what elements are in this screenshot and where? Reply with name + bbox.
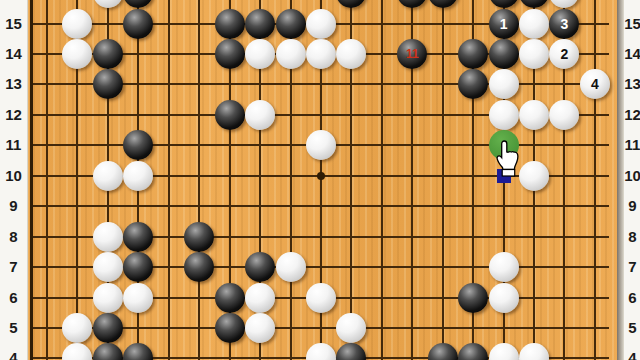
stone-white [93,252,123,282]
stone-black [215,283,245,313]
stone-black [276,9,306,39]
move-number-label: 11 [406,48,419,60]
stone-black [215,100,245,130]
coordinate-label: 4 [624,348,640,360]
coordinate-label: 9 [0,196,27,216]
coordinate-label: 15 [624,14,640,34]
stone-white [519,161,549,191]
stone-white [489,252,519,282]
stone-black: 3 [549,9,579,39]
coordinate-label: 4 [0,348,27,360]
stone-black [458,283,488,313]
stone-white [489,69,519,99]
coordinate-strip-right: 151413121110987654 [623,0,640,360]
move-number-label: 1 [500,17,508,31]
stone-white [123,283,153,313]
stone-white [93,161,123,191]
coordinate-label: 11 [0,135,27,155]
stone-black [123,9,153,39]
coordinate-label: 11 [624,135,640,155]
coordinate-label: 10 [0,166,27,186]
go-board-app: 151413121110987654 151413121110987654 13… [0,0,640,360]
stone-black [93,313,123,343]
coordinate-label: 10 [624,166,640,186]
stone-white [245,283,275,313]
hand-cursor-icon [492,139,522,183]
stone-white [489,343,519,360]
stone-white [276,39,306,69]
stone-white [519,100,549,130]
move-number-label: 3 [561,17,569,31]
stone-white [489,100,519,130]
stone-white [93,222,123,252]
coordinate-label: 5 [624,318,640,338]
stone-white [519,9,549,39]
stone-black [184,222,214,252]
stone-black [245,252,275,282]
stone-white [245,100,275,130]
coordinate-label: 12 [624,105,640,125]
stone-white [62,9,92,39]
stone-black [123,222,153,252]
stone-white [306,9,336,39]
stone-black [458,39,488,69]
coordinate-label: 7 [0,257,27,277]
move-number-label: 2 [561,47,569,61]
coordinate-label: 9 [624,196,640,216]
coordinate-label: 12 [0,105,27,125]
stone-black [93,39,123,69]
stone-white [306,283,336,313]
stone-white [245,39,275,69]
stone-white [123,161,153,191]
grid-line-horizontal [33,205,609,207]
stone-white [276,252,306,282]
stone-white [489,283,519,313]
coordinate-label: 14 [624,44,640,64]
stone-black [489,39,519,69]
stone-white [306,39,336,69]
stone-black [215,313,245,343]
star-point-tengen [317,172,325,180]
stone-white [519,39,549,69]
coordinate-label: 13 [624,74,640,94]
coordinate-label: 14 [0,44,27,64]
stone-black [215,9,245,39]
stone-black: 1 [489,9,519,39]
coordinate-label: 13 [0,74,27,94]
stone-black [215,39,245,69]
stone-white [245,313,275,343]
coordinate-label: 7 [624,257,640,277]
move-number-label: 4 [591,77,599,91]
coordinate-label: 5 [0,318,27,338]
coordinate-label: 6 [624,288,640,308]
coordinate-strip-left: 151413121110987654 [0,0,28,360]
stone-white [93,283,123,313]
stone-black [245,9,275,39]
coordinate-label: 15 [0,14,27,34]
coordinate-label: 6 [0,288,27,308]
coordinate-label: 8 [624,227,640,247]
coordinate-label: 8 [0,227,27,247]
